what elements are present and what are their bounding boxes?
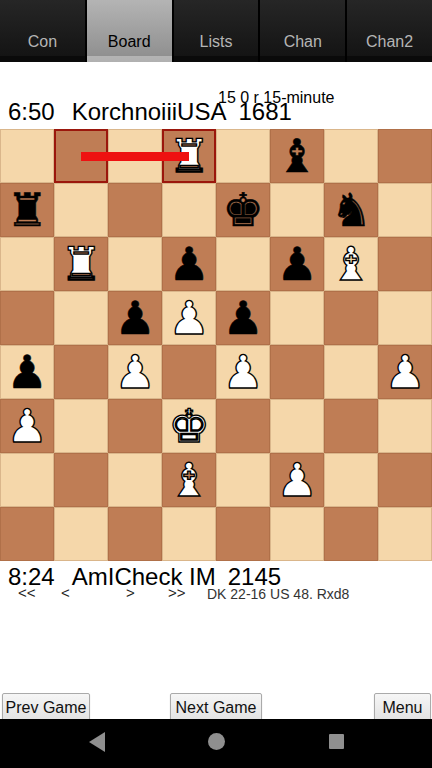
first-move-button[interactable]: <<	[18, 584, 36, 601]
square-h1[interactable]	[378, 507, 432, 561]
square-b5[interactable]	[54, 291, 108, 345]
square-e2[interactable]	[216, 453, 270, 507]
square-d7[interactable]	[162, 183, 216, 237]
piece-white-bishop: ♝	[168, 453, 209, 507]
piece-white-pawn: ♟	[168, 291, 209, 345]
square-c2[interactable]	[108, 453, 162, 507]
square-f4[interactable]	[270, 345, 324, 399]
square-h5[interactable]	[378, 291, 432, 345]
square-g7[interactable]: ♞	[324, 183, 378, 237]
tab-bar: ConBoardListsChanChan2	[0, 0, 432, 62]
back-icon[interactable]	[89, 732, 105, 752]
square-a2[interactable]	[0, 453, 54, 507]
piece-white-king: ♚	[168, 399, 209, 453]
piece-black-rook: ♜	[6, 183, 47, 237]
black-player-rating: 1681	[238, 98, 291, 125]
square-b2[interactable]	[54, 453, 108, 507]
piece-black-pawn: ♟	[6, 345, 47, 399]
square-g5[interactable]	[324, 291, 378, 345]
square-g3[interactable]	[324, 399, 378, 453]
piece-black-pawn: ♟	[168, 237, 209, 291]
home-icon[interactable]	[208, 733, 225, 750]
square-a5[interactable]	[0, 291, 54, 345]
square-h4[interactable]: ♟	[378, 345, 432, 399]
square-h6[interactable]	[378, 237, 432, 291]
square-g2[interactable]	[324, 453, 378, 507]
square-d2[interactable]: ♝	[162, 453, 216, 507]
last-move-arrow	[81, 152, 189, 161]
black-player-name: KorchnoiiiUSA	[72, 98, 227, 125]
piece-black-knight: ♞	[330, 183, 371, 237]
square-e1[interactable]	[216, 507, 270, 561]
piece-white-bishop: ♝	[330, 237, 371, 291]
square-h3[interactable]	[378, 399, 432, 453]
square-a6[interactable]	[0, 237, 54, 291]
piece-white-pawn: ♟	[276, 453, 317, 507]
square-a1[interactable]	[0, 507, 54, 561]
square-h8[interactable]	[378, 129, 432, 183]
square-b4[interactable]	[54, 345, 108, 399]
tab-lists[interactable]: Lists	[174, 0, 259, 62]
piece-black-pawn: ♟	[222, 291, 263, 345]
white-player-name: AmICheck IM	[72, 563, 216, 590]
next-move-button[interactable]: >	[126, 584, 135, 601]
square-d1[interactable]	[162, 507, 216, 561]
chess-board: ♜♝♜♚♞♜♟♟♝♟♟♟♟♟♟♟♟♚♝♟	[0, 129, 432, 561]
square-c1[interactable]	[108, 507, 162, 561]
square-e6[interactable]	[216, 237, 270, 291]
square-c7[interactable]	[108, 183, 162, 237]
square-f5[interactable]	[270, 291, 324, 345]
square-e4[interactable]: ♟	[216, 345, 270, 399]
piece-white-pawn: ♟	[384, 345, 425, 399]
piece-black-king: ♚	[222, 183, 263, 237]
square-g6[interactable]: ♝	[324, 237, 378, 291]
square-b7[interactable]	[54, 183, 108, 237]
square-f3[interactable]	[270, 399, 324, 453]
square-f2[interactable]: ♟	[270, 453, 324, 507]
prev-move-button[interactable]: <	[61, 584, 70, 601]
square-e8[interactable]	[216, 129, 270, 183]
game-status-text: DK 22-16 US 48. Rxd8	[207, 586, 349, 602]
square-h2[interactable]	[378, 453, 432, 507]
square-a3[interactable]: ♟	[0, 399, 54, 453]
square-a4[interactable]: ♟	[0, 345, 54, 399]
square-d5[interactable]: ♟	[162, 291, 216, 345]
square-b3[interactable]	[54, 399, 108, 453]
square-e5[interactable]: ♟	[216, 291, 270, 345]
recents-icon[interactable]	[329, 734, 344, 749]
square-a7[interactable]: ♜	[0, 183, 54, 237]
square-a8[interactable]	[0, 129, 54, 183]
tab-chan[interactable]: Chan	[260, 0, 345, 62]
square-c4[interactable]: ♟	[108, 345, 162, 399]
square-b6[interactable]: ♜	[54, 237, 108, 291]
square-d3[interactable]: ♚	[162, 399, 216, 453]
piece-black-bishop: ♝	[276, 129, 317, 183]
square-f7[interactable]	[270, 183, 324, 237]
piece-white-pawn: ♟	[114, 345, 155, 399]
square-f1[interactable]	[270, 507, 324, 561]
square-c6[interactable]	[108, 237, 162, 291]
piece-black-pawn: ♟	[276, 237, 317, 291]
tab-chan2[interactable]: Chan2	[347, 0, 432, 62]
square-f8[interactable]: ♝	[270, 129, 324, 183]
square-c3[interactable]	[108, 399, 162, 453]
square-f6[interactable]: ♟	[270, 237, 324, 291]
piece-white-pawn: ♟	[6, 399, 47, 453]
square-c5[interactable]: ♟	[108, 291, 162, 345]
square-g4[interactable]	[324, 345, 378, 399]
tab-con[interactable]: Con	[0, 0, 85, 62]
square-g1[interactable]	[324, 507, 378, 561]
black-clock: 6:50	[8, 98, 55, 125]
last-move-button[interactable]: >>	[168, 584, 186, 601]
piece-white-pawn: ♟	[222, 345, 263, 399]
square-g8[interactable]	[324, 129, 378, 183]
square-e3[interactable]	[216, 399, 270, 453]
square-b1[interactable]	[54, 507, 108, 561]
black-player-row: 6:50KorchnoiiiUSA1681	[8, 98, 292, 126]
square-e7[interactable]: ♚	[216, 183, 270, 237]
square-d4[interactable]	[162, 345, 216, 399]
piece-black-pawn: ♟	[114, 291, 155, 345]
piece-white-rook: ♜	[60, 237, 101, 291]
tab-board[interactable]: Board	[87, 0, 172, 62]
square-d6[interactable]: ♟	[162, 237, 216, 291]
square-h7[interactable]	[378, 183, 432, 237]
